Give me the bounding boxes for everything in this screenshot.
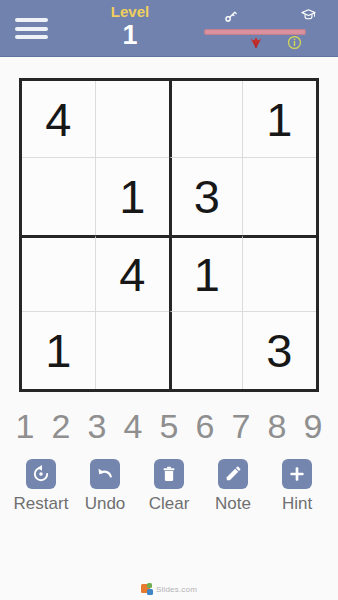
hint-label: Hint bbox=[282, 494, 312, 513]
hamburger-menu-icon[interactable] bbox=[15, 18, 48, 40]
cell-r2c3[interactable]: 3 bbox=[169, 158, 243, 235]
watermark-logo-icon bbox=[141, 583, 154, 595]
cell-r3c4[interactable] bbox=[243, 235, 317, 312]
cell-r1c4[interactable]: 1 bbox=[243, 81, 317, 158]
watermark: Slides.com bbox=[0, 583, 338, 595]
cell-r3c1[interactable] bbox=[22, 235, 96, 312]
undo-icon bbox=[90, 459, 120, 489]
numpad-2[interactable]: 2 bbox=[48, 402, 74, 450]
clear-label: Clear bbox=[149, 494, 190, 513]
cell-r2c4[interactable] bbox=[243, 158, 317, 235]
app-header: Level 1 bbox=[0, 0, 338, 57]
cell-r1c1[interactable]: 4 bbox=[22, 81, 96, 158]
undo-label: Undo bbox=[85, 494, 126, 513]
restart-button[interactable]: Restart bbox=[10, 459, 72, 513]
numpad-3[interactable]: 3 bbox=[84, 402, 110, 450]
restart-icon bbox=[26, 459, 56, 489]
cell-r4c1[interactable]: 1 bbox=[22, 312, 96, 389]
numpad-9[interactable]: 9 bbox=[300, 402, 326, 450]
numpad-1[interactable]: 1 bbox=[12, 402, 38, 450]
note-button[interactable]: Note bbox=[202, 459, 264, 513]
pencil-icon bbox=[218, 459, 248, 489]
plus-icon bbox=[282, 459, 312, 489]
numpad-4[interactable]: 4 bbox=[120, 402, 146, 450]
cell-r2c1[interactable] bbox=[22, 158, 96, 235]
level-progress bbox=[204, 6, 324, 52]
action-bar: Restart Undo Clear Note bbox=[0, 459, 338, 513]
note-label: Note bbox=[215, 494, 251, 513]
cell-r4c4[interactable]: 3 bbox=[243, 312, 317, 389]
number-pad: 1 2 3 4 5 6 7 8 9 bbox=[0, 402, 338, 450]
restart-label: Restart bbox=[14, 494, 69, 513]
numpad-5[interactable]: 5 bbox=[156, 402, 182, 450]
sudoku-board: 4 1 1 3 4 1 1 3 bbox=[19, 78, 319, 392]
undo-button[interactable]: Undo bbox=[74, 459, 136, 513]
level-indicator: Level 1 bbox=[62, 3, 198, 50]
numpad-6[interactable]: 6 bbox=[192, 402, 218, 450]
level-value: 1 bbox=[62, 20, 198, 50]
numpad-7[interactable]: 7 bbox=[228, 402, 254, 450]
clear-button[interactable]: Clear bbox=[138, 459, 200, 513]
cell-r4c3[interactable] bbox=[169, 312, 243, 389]
cell-r1c2[interactable] bbox=[96, 81, 170, 158]
red-marker-icon bbox=[248, 35, 264, 50]
info-icon[interactable] bbox=[287, 35, 302, 50]
cell-r3c3[interactable]: 1 bbox=[169, 235, 243, 312]
graduation-cap-icon bbox=[299, 7, 318, 22]
numpad-8[interactable]: 8 bbox=[264, 402, 290, 450]
key-icon bbox=[224, 9, 238, 23]
hint-button[interactable]: Hint bbox=[266, 459, 328, 513]
cell-r2c2[interactable]: 1 bbox=[96, 158, 170, 235]
cell-r3c2[interactable]: 4 bbox=[96, 235, 170, 312]
trash-icon bbox=[154, 459, 184, 489]
cell-r1c3[interactable] bbox=[169, 81, 243, 158]
cell-r4c2[interactable] bbox=[96, 312, 170, 389]
level-label: Level bbox=[62, 3, 198, 20]
watermark-text: Slides.com bbox=[156, 585, 197, 594]
